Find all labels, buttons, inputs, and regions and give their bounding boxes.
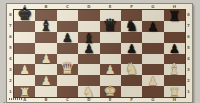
coord-label: 7 — [8, 21, 13, 32]
coord-label: 4 — [8, 54, 13, 65]
coord-label: C — [57, 5, 78, 9]
coord-label: 2 — [186, 75, 191, 86]
black-pawn[interactable]: ♟ — [62, 32, 73, 44]
square-c1[interactable] — [57, 86, 78, 97]
white-queen[interactable]: ♛ — [60, 60, 75, 77]
white-king[interactable]: ♚ — [103, 84, 116, 99]
square-c8[interactable] — [57, 10, 78, 21]
chess-board: ABCDEFGH ABCDEFGH 87654321 87654321 ♚♜♝♛… — [6, 3, 193, 103]
coord-label: B — [35, 5, 56, 9]
black-bishop[interactable]: ♝ — [39, 19, 52, 34]
black-rook[interactable]: ♜ — [168, 9, 181, 23]
white-pawn[interactable]: ♟ — [41, 76, 52, 88]
white-pawn[interactable]: ♟ — [148, 76, 159, 88]
black-pawn[interactable]: ♟ — [169, 43, 180, 55]
square-f1[interactable] — [121, 86, 142, 97]
coord-label: C — [57, 98, 78, 102]
square-d3[interactable] — [78, 64, 99, 75]
rank-labels-left: 87654321 — [8, 10, 13, 97]
coord-label: E — [100, 5, 121, 9]
white-pawn[interactable]: ♟ — [19, 65, 30, 77]
coord-label: 5 — [186, 43, 191, 54]
coord-label: 6 — [186, 32, 191, 43]
white-pawn[interactable]: ♟ — [105, 65, 116, 77]
coord-label: 5 — [8, 43, 13, 54]
coord-label: 7 — [186, 21, 191, 32]
white-bishop[interactable]: ♝ — [168, 62, 181, 77]
coord-label: 8 — [186, 10, 191, 21]
coord-label: F — [121, 98, 142, 102]
coord-label: B — [35, 98, 56, 102]
square-g4[interactable] — [142, 54, 163, 65]
square-e5[interactable] — [100, 43, 121, 54]
coord-label: G — [142, 98, 163, 102]
white-knight[interactable]: ♞ — [83, 85, 96, 99]
maker-logo: ♞ — [1, 93, 23, 102]
white-pawn[interactable]: ♟ — [41, 54, 52, 66]
coord-label: 1 — [186, 86, 191, 97]
square-g5[interactable] — [142, 43, 163, 54]
coord-label: D — [78, 5, 99, 9]
black-queen[interactable]: ♛ — [103, 17, 118, 34]
coord-label: 6 — [8, 32, 13, 43]
black-king[interactable]: ♚ — [17, 6, 32, 23]
square-d8[interactable] — [78, 10, 99, 21]
black-knight[interactable]: ♞ — [125, 19, 138, 34]
photo-of-chess-set: ABCDEFGH ABCDEFGH 87654321 87654321 ♚♜♝♛… — [0, 0, 200, 103]
logo-text-scribble — [9, 98, 22, 100]
coord-label: 2 — [8, 75, 13, 86]
knight-logo-icon: ♞ — [1, 101, 8, 103]
black-pawn[interactable]: ♟ — [148, 21, 159, 33]
white-knight[interactable]: ♞ — [124, 61, 138, 77]
coord-label: 8 — [8, 10, 13, 21]
coord-label: 4 — [186, 54, 191, 65]
square-a6[interactable] — [14, 32, 35, 43]
coord-label: 3 — [186, 64, 191, 75]
file-labels-bottom: ABCDEFGH — [14, 98, 185, 102]
square-a5[interactable] — [14, 43, 35, 54]
file-labels-top: ABCDEFGH — [14, 5, 185, 9]
white-rook[interactable]: ♜ — [168, 86, 180, 99]
black-pawn[interactable]: ♟ — [126, 43, 137, 55]
coord-label: F — [121, 5, 142, 9]
black-pawn[interactable]: ♟ — [83, 43, 94, 55]
coord-label: G — [142, 5, 163, 9]
coord-label: 3 — [8, 64, 13, 75]
rank-labels-right: 87654321 — [186, 10, 191, 97]
